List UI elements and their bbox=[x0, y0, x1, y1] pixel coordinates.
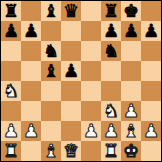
square-g6[interactable] bbox=[121, 41, 141, 61]
square-c7[interactable] bbox=[41, 21, 61, 41]
square-a4[interactable]: ♞ bbox=[1, 81, 21, 101]
square-b7[interactable]: ♟ bbox=[21, 21, 41, 41]
square-h3[interactable] bbox=[141, 101, 161, 121]
square-d5[interactable]: ♟ bbox=[61, 61, 81, 81]
square-h4[interactable] bbox=[141, 81, 161, 101]
piece-white-rook: ♜ bbox=[103, 141, 119, 161]
piece-white-knight: ♞ bbox=[103, 101, 119, 121]
square-b5[interactable] bbox=[21, 61, 41, 81]
square-b3[interactable] bbox=[21, 101, 41, 121]
square-a6[interactable] bbox=[1, 41, 21, 61]
piece-black-king: ♚ bbox=[123, 1, 139, 21]
piece-white-rook: ♜ bbox=[3, 141, 19, 161]
square-f6[interactable]: ♞ bbox=[101, 41, 121, 61]
square-h6[interactable] bbox=[141, 41, 161, 61]
piece-black-pawn: ♟ bbox=[123, 21, 139, 41]
square-a3[interactable] bbox=[1, 101, 21, 121]
piece-white-pawn: ♟ bbox=[143, 121, 159, 141]
square-f4[interactable] bbox=[101, 81, 121, 101]
piece-black-queen: ♛ bbox=[63, 1, 79, 21]
piece-black-pawn: ♟ bbox=[23, 21, 39, 41]
square-d8[interactable]: ♛ bbox=[61, 1, 81, 21]
square-a7[interactable]: ♟ bbox=[1, 21, 21, 41]
square-c3[interactable] bbox=[41, 101, 61, 121]
square-e7[interactable] bbox=[81, 21, 101, 41]
square-b2[interactable]: ♟ bbox=[21, 121, 41, 141]
piece-white-bishop: ♝ bbox=[43, 141, 59, 161]
square-d1[interactable]: ♛ bbox=[61, 141, 81, 161]
piece-black-knight: ♞ bbox=[103, 41, 119, 61]
square-a8[interactable]: ♜ bbox=[1, 1, 21, 21]
piece-white-queen: ♛ bbox=[63, 141, 79, 161]
square-h7[interactable]: ♟ bbox=[141, 21, 161, 41]
piece-white-pawn: ♟ bbox=[103, 121, 119, 141]
piece-black-pawn: ♟ bbox=[103, 21, 119, 41]
square-a2[interactable]: ♟ bbox=[1, 121, 21, 141]
piece-black-knight: ♞ bbox=[43, 41, 59, 61]
square-g7[interactable]: ♟ bbox=[121, 21, 141, 41]
square-c1[interactable]: ♝ bbox=[41, 141, 61, 161]
square-f5[interactable] bbox=[101, 61, 121, 81]
square-f7[interactable]: ♟ bbox=[101, 21, 121, 41]
square-h8[interactable] bbox=[141, 1, 161, 21]
square-d3[interactable] bbox=[61, 101, 81, 121]
square-b1[interactable] bbox=[21, 141, 41, 161]
square-g4[interactable] bbox=[121, 81, 141, 101]
square-e3[interactable] bbox=[81, 101, 101, 121]
square-f3[interactable]: ♞ bbox=[101, 101, 121, 121]
square-a1[interactable]: ♜ bbox=[1, 141, 21, 161]
square-g2[interactable]: ♝ bbox=[121, 121, 141, 141]
piece-black-pawn: ♟ bbox=[63, 61, 79, 81]
piece-black-rook: ♜ bbox=[103, 1, 119, 21]
square-a5[interactable] bbox=[1, 61, 21, 81]
square-b4[interactable] bbox=[21, 81, 41, 101]
piece-white-knight: ♞ bbox=[3, 81, 19, 101]
piece-white-pawn: ♟ bbox=[123, 101, 139, 121]
piece-black-pawn: ♟ bbox=[3, 21, 19, 41]
piece-white-pawn: ♟ bbox=[23, 121, 39, 141]
square-e4[interactable] bbox=[81, 81, 101, 101]
square-c6[interactable]: ♞ bbox=[41, 41, 61, 61]
square-g5[interactable] bbox=[121, 61, 141, 81]
piece-white-pawn: ♟ bbox=[3, 121, 19, 141]
square-e1[interactable] bbox=[81, 141, 101, 161]
square-h1[interactable] bbox=[141, 141, 161, 161]
square-g1[interactable]: ♚ bbox=[121, 141, 141, 161]
square-f1[interactable]: ♜ bbox=[101, 141, 121, 161]
piece-black-bishop: ♝ bbox=[43, 1, 59, 21]
square-c8[interactable]: ♝ bbox=[41, 1, 61, 21]
square-c5[interactable]: ♝ bbox=[41, 61, 61, 81]
chess-board: ♜♝♛♜♚♟♟♟♟♟♞♞♝♟♞♞♟♟♟♟♟♝♟♜♝♛♜♚ bbox=[0, 0, 162, 162]
piece-black-bishop: ♝ bbox=[43, 61, 59, 81]
square-c4[interactable] bbox=[41, 81, 61, 101]
square-b6[interactable] bbox=[21, 41, 41, 61]
square-d2[interactable] bbox=[61, 121, 81, 141]
square-g3[interactable]: ♟ bbox=[121, 101, 141, 121]
square-f2[interactable]: ♟ bbox=[101, 121, 121, 141]
square-d4[interactable] bbox=[61, 81, 81, 101]
square-e5[interactable] bbox=[81, 61, 101, 81]
piece-white-bishop: ♝ bbox=[123, 121, 139, 141]
square-h5[interactable] bbox=[141, 61, 161, 81]
square-e2[interactable]: ♟ bbox=[81, 121, 101, 141]
square-d6[interactable] bbox=[61, 41, 81, 61]
square-g8[interactable]: ♚ bbox=[121, 1, 141, 21]
square-b8[interactable] bbox=[21, 1, 41, 21]
piece-black-rook: ♜ bbox=[3, 1, 19, 21]
piece-white-king: ♚ bbox=[123, 141, 139, 161]
piece-black-pawn: ♟ bbox=[143, 21, 159, 41]
square-h2[interactable]: ♟ bbox=[141, 121, 161, 141]
square-e6[interactable] bbox=[81, 41, 101, 61]
square-e8[interactable] bbox=[81, 1, 101, 21]
square-f8[interactable]: ♜ bbox=[101, 1, 121, 21]
square-c2[interactable] bbox=[41, 121, 61, 141]
square-d7[interactable] bbox=[61, 21, 81, 41]
piece-white-pawn: ♟ bbox=[83, 121, 99, 141]
